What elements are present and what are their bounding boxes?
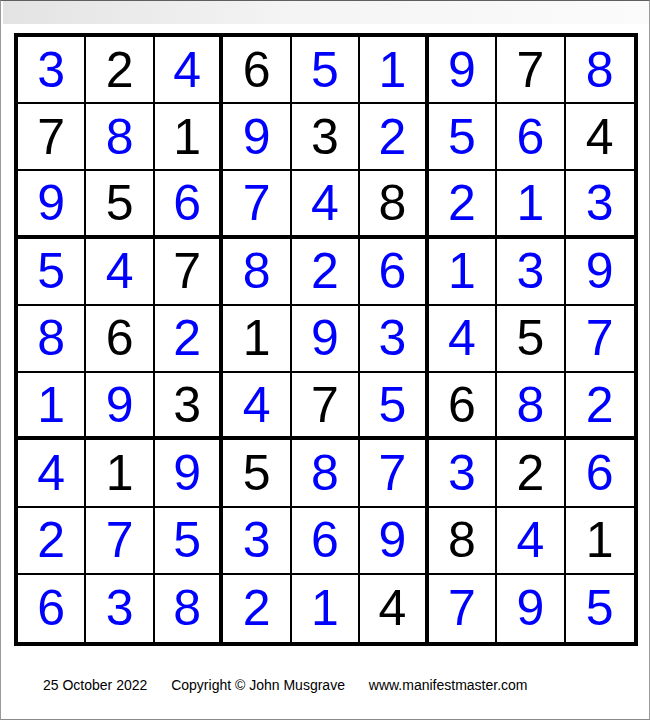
cell-r9c3: 8 bbox=[155, 575, 223, 642]
cell-r5c6: 3 bbox=[360, 306, 428, 373]
cell-r3c9: 3 bbox=[566, 171, 634, 238]
cell-r5c7: 4 bbox=[429, 306, 497, 373]
footer-date: 25 October 2022 bbox=[43, 677, 147, 693]
cell-r5c3: 2 bbox=[155, 306, 223, 373]
cell-r5c8: 5 bbox=[497, 306, 565, 373]
cell-r6c4: 4 bbox=[223, 373, 291, 440]
sudoku-board: 3246519787819325649567482135478261398621… bbox=[14, 33, 638, 646]
cell-r1c7: 9 bbox=[429, 37, 497, 104]
cell-r7c7: 3 bbox=[429, 440, 497, 507]
cell-r8c3: 5 bbox=[155, 508, 223, 575]
cell-r4c3: 7 bbox=[155, 239, 223, 306]
cell-r1c3: 4 bbox=[155, 37, 223, 104]
cell-r3c3: 6 bbox=[155, 171, 223, 238]
cell-r8c7: 8 bbox=[429, 508, 497, 575]
sudoku-page: 3246519787819325649567482135478261398621… bbox=[0, 0, 650, 720]
cell-r1c6: 1 bbox=[360, 37, 428, 104]
cell-r3c4: 7 bbox=[223, 171, 291, 238]
cell-r7c1: 4 bbox=[18, 440, 86, 507]
cell-r4c2: 4 bbox=[86, 239, 154, 306]
header-gradient-bar bbox=[3, 1, 649, 24]
cell-r2c1: 7 bbox=[18, 104, 86, 171]
cell-r9c1: 6 bbox=[18, 575, 86, 642]
cell-r3c2: 5 bbox=[86, 171, 154, 238]
cell-r7c8: 2 bbox=[497, 440, 565, 507]
cell-r8c8: 4 bbox=[497, 508, 565, 575]
cell-r2c6: 2 bbox=[360, 104, 428, 171]
cell-r4c8: 3 bbox=[497, 239, 565, 306]
cell-r2c4: 9 bbox=[223, 104, 291, 171]
cell-r1c2: 2 bbox=[86, 37, 154, 104]
cell-r3c1: 9 bbox=[18, 171, 86, 238]
cell-r8c2: 7 bbox=[86, 508, 154, 575]
cell-r4c9: 9 bbox=[566, 239, 634, 306]
cell-r4c4: 8 bbox=[223, 239, 291, 306]
cell-r6c7: 6 bbox=[429, 373, 497, 440]
cell-r6c3: 3 bbox=[155, 373, 223, 440]
cell-r1c8: 7 bbox=[497, 37, 565, 104]
cell-r2c8: 6 bbox=[497, 104, 565, 171]
cell-r4c1: 5 bbox=[18, 239, 86, 306]
footer-copyright: Copyright © John Musgrave bbox=[171, 677, 345, 693]
cell-r1c9: 8 bbox=[566, 37, 634, 104]
cell-r2c2: 8 bbox=[86, 104, 154, 171]
cell-r5c4: 1 bbox=[223, 306, 291, 373]
cell-r9c5: 1 bbox=[292, 575, 360, 642]
cell-r7c4: 5 bbox=[223, 440, 291, 507]
cell-r8c4: 3 bbox=[223, 508, 291, 575]
cell-r1c1: 3 bbox=[18, 37, 86, 104]
cell-r3c5: 4 bbox=[292, 171, 360, 238]
cell-r6c5: 7 bbox=[292, 373, 360, 440]
footer-website: www.manifestmaster.com bbox=[369, 677, 528, 693]
cell-r7c5: 8 bbox=[292, 440, 360, 507]
cell-r3c8: 1 bbox=[497, 171, 565, 238]
cell-r7c2: 1 bbox=[86, 440, 154, 507]
cell-r5c5: 9 bbox=[292, 306, 360, 373]
cell-r9c9: 5 bbox=[566, 575, 634, 642]
cell-r3c6: 8 bbox=[360, 171, 428, 238]
cell-r8c9: 1 bbox=[566, 508, 634, 575]
cell-r2c7: 5 bbox=[429, 104, 497, 171]
cell-r4c5: 2 bbox=[292, 239, 360, 306]
cell-r8c5: 6 bbox=[292, 508, 360, 575]
cell-r6c9: 2 bbox=[566, 373, 634, 440]
footer: 25 October 2022 Copyright © John Musgrav… bbox=[43, 677, 528, 693]
cell-r6c2: 9 bbox=[86, 373, 154, 440]
cell-r9c4: 2 bbox=[223, 575, 291, 642]
cell-r8c1: 2 bbox=[18, 508, 86, 575]
cell-r9c6: 4 bbox=[360, 575, 428, 642]
cell-r5c1: 8 bbox=[18, 306, 86, 373]
cell-r7c6: 7 bbox=[360, 440, 428, 507]
cell-r9c2: 3 bbox=[86, 575, 154, 642]
cell-r7c9: 6 bbox=[566, 440, 634, 507]
cell-r9c7: 7 bbox=[429, 575, 497, 642]
cell-r4c6: 6 bbox=[360, 239, 428, 306]
cell-r6c8: 8 bbox=[497, 373, 565, 440]
cell-r2c9: 4 bbox=[566, 104, 634, 171]
cell-r3c7: 2 bbox=[429, 171, 497, 238]
cell-r8c6: 9 bbox=[360, 508, 428, 575]
cell-r6c6: 5 bbox=[360, 373, 428, 440]
cell-r2c5: 3 bbox=[292, 104, 360, 171]
cell-r9c8: 9 bbox=[497, 575, 565, 642]
cell-r7c3: 9 bbox=[155, 440, 223, 507]
cell-r5c2: 6 bbox=[86, 306, 154, 373]
cell-r2c3: 1 bbox=[155, 104, 223, 171]
cell-r6c1: 1 bbox=[18, 373, 86, 440]
cell-r4c7: 1 bbox=[429, 239, 497, 306]
cell-r1c5: 5 bbox=[292, 37, 360, 104]
cell-r5c9: 7 bbox=[566, 306, 634, 373]
cell-r1c4: 6 bbox=[223, 37, 291, 104]
